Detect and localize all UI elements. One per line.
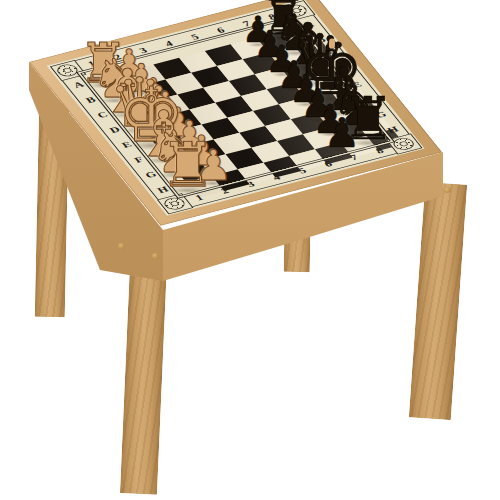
rank-label: 4 <box>163 39 175 48</box>
compass-rose-icon <box>54 63 81 79</box>
rank-label: 7 <box>240 19 252 28</box>
wood-plug <box>444 187 451 193</box>
file-label: G <box>143 170 158 179</box>
compass-rose-icon <box>283 3 310 18</box>
compass-rose-icon <box>156 193 192 214</box>
table-leg-front-left <box>120 261 167 494</box>
rank-label: 5 <box>189 33 201 42</box>
file-label: A <box>71 80 85 89</box>
table-leg-right <box>409 182 467 420</box>
file-label: H <box>155 185 170 194</box>
file-label: F <box>132 155 145 164</box>
rank-label: 8 <box>266 12 278 21</box>
wood-plug <box>118 243 125 249</box>
compass-rose-icon <box>390 136 417 152</box>
rank-label: 3 <box>137 46 149 55</box>
wood-plug <box>152 253 159 259</box>
compass-rose-icon <box>278 0 314 21</box>
chess-table-photo: AA11BB22CC33DD44EE55FF66GG77HH88 ♜♟♞♟♝♟♟… <box>0 0 500 500</box>
rank-label: 2 <box>112 53 124 62</box>
file-label: B <box>84 95 98 104</box>
rank-label: 6 <box>215 26 227 35</box>
file-label: E <box>120 140 134 149</box>
file-label: D <box>107 125 121 134</box>
compass-rose-icon <box>49 60 85 81</box>
file-label: C <box>95 110 109 119</box>
compass-rose-icon <box>161 196 188 212</box>
rank-label: 1 <box>86 60 98 69</box>
